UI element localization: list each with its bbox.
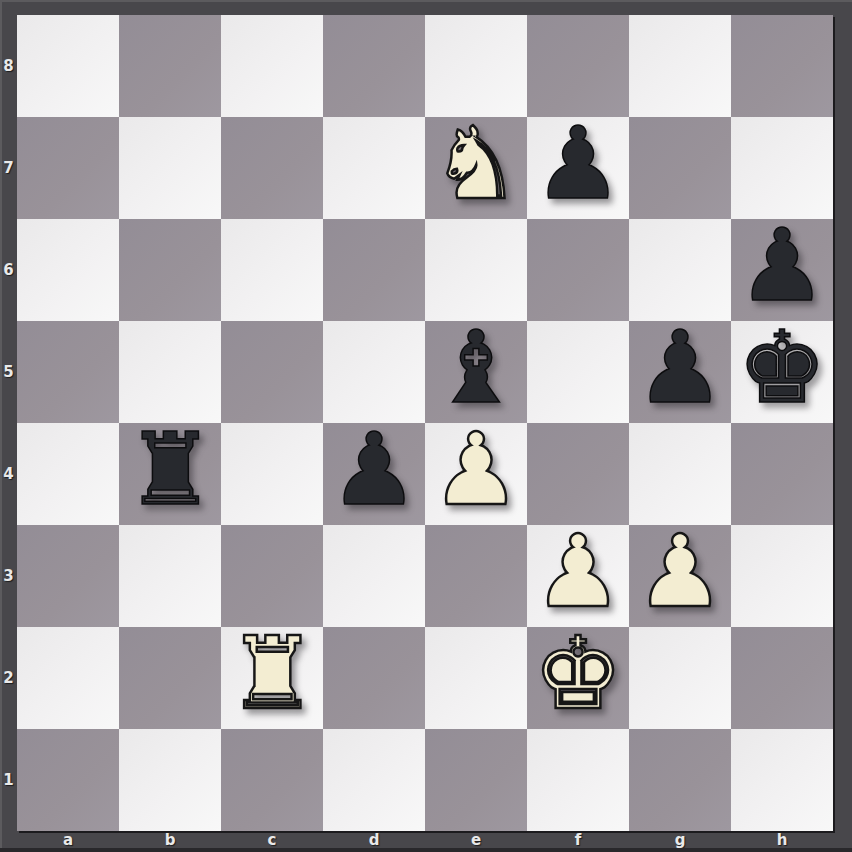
square-a6[interactable]	[17, 219, 119, 321]
square-a3[interactable]	[17, 525, 119, 627]
square-a5[interactable]	[17, 321, 119, 423]
square-e4[interactable]: ♟	[425, 423, 527, 525]
square-f6[interactable]	[527, 219, 629, 321]
square-d6[interactable]	[323, 219, 425, 321]
square-c6[interactable]	[221, 219, 323, 321]
square-h4[interactable]	[731, 423, 833, 525]
square-h5[interactable]: ♚	[731, 321, 833, 423]
white-pawn-f3[interactable]: ♟	[533, 522, 623, 622]
chess-board: ♞♟♟♝♟♚♜♟♟♟♟♜♚	[17, 15, 833, 831]
file-label-a: a	[17, 831, 119, 848]
square-d3[interactable]	[323, 525, 425, 627]
rank-label-6: 6	[0, 219, 17, 321]
rank-labels: 87654321	[0, 15, 17, 831]
board-frame: 87654321 ♞♟♟♝♟♚♜♟♟♟♟♜♚ abcdefgh	[0, 0, 852, 852]
black-pawn-h6[interactable]: ♟	[737, 216, 827, 316]
white-pawn-g3[interactable]: ♟	[635, 522, 725, 622]
rank-label-8: 8	[0, 15, 17, 117]
square-d5[interactable]	[323, 321, 425, 423]
square-a7[interactable]	[17, 117, 119, 219]
square-b7[interactable]	[119, 117, 221, 219]
square-f2[interactable]: ♚	[527, 627, 629, 729]
square-c2[interactable]: ♜	[221, 627, 323, 729]
square-c8[interactable]	[221, 15, 323, 117]
square-d1[interactable]	[323, 729, 425, 831]
square-h3[interactable]	[731, 525, 833, 627]
white-rook-c2[interactable]: ♜	[227, 624, 317, 724]
rank-label-4: 4	[0, 423, 17, 525]
square-e7[interactable]: ♞	[425, 117, 527, 219]
square-h7[interactable]	[731, 117, 833, 219]
square-c4[interactable]	[221, 423, 323, 525]
rank-label-3: 3	[0, 525, 17, 627]
square-g8[interactable]	[629, 15, 731, 117]
square-g3[interactable]: ♟	[629, 525, 731, 627]
black-pawn-d4[interactable]: ♟	[329, 420, 419, 520]
square-b1[interactable]	[119, 729, 221, 831]
square-a8[interactable]	[17, 15, 119, 117]
file-label-h: h	[731, 831, 833, 848]
square-a2[interactable]	[17, 627, 119, 729]
square-e3[interactable]	[425, 525, 527, 627]
black-king-h5[interactable]: ♚	[737, 318, 827, 418]
rank-label-7: 7	[0, 117, 17, 219]
rank-label-2: 2	[0, 627, 17, 729]
square-e6[interactable]	[425, 219, 527, 321]
square-b2[interactable]	[119, 627, 221, 729]
square-a1[interactable]	[17, 729, 119, 831]
square-d8[interactable]	[323, 15, 425, 117]
black-pawn-g5[interactable]: ♟	[635, 318, 725, 418]
square-b3[interactable]	[119, 525, 221, 627]
square-h2[interactable]	[731, 627, 833, 729]
square-b5[interactable]	[119, 321, 221, 423]
file-label-e: e	[425, 831, 527, 848]
square-f7[interactable]: ♟	[527, 117, 629, 219]
black-rook-b4[interactable]: ♜	[125, 420, 215, 520]
square-h1[interactable]	[731, 729, 833, 831]
square-d4[interactable]: ♟	[323, 423, 425, 525]
square-e2[interactable]	[425, 627, 527, 729]
black-bishop-e5[interactable]: ♝	[431, 318, 521, 418]
file-label-g: g	[629, 831, 731, 848]
square-g1[interactable]	[629, 729, 731, 831]
file-label-c: c	[221, 831, 323, 848]
white-king-f2[interactable]: ♚	[533, 624, 623, 724]
square-f8[interactable]	[527, 15, 629, 117]
frame-bottom-edge	[0, 848, 852, 852]
square-h6[interactable]: ♟	[731, 219, 833, 321]
square-b8[interactable]	[119, 15, 221, 117]
square-c7[interactable]	[221, 117, 323, 219]
square-a4[interactable]	[17, 423, 119, 525]
black-pawn-f7[interactable]: ♟	[533, 114, 623, 214]
rank-label-5: 5	[0, 321, 17, 423]
rank-label-1: 1	[0, 729, 17, 831]
square-f4[interactable]	[527, 423, 629, 525]
square-g2[interactable]	[629, 627, 731, 729]
square-h8[interactable]	[731, 15, 833, 117]
square-c1[interactable]	[221, 729, 323, 831]
file-label-d: d	[323, 831, 425, 848]
square-d7[interactable]	[323, 117, 425, 219]
square-e8[interactable]	[425, 15, 527, 117]
square-c5[interactable]	[221, 321, 323, 423]
white-pawn-e4[interactable]: ♟	[431, 420, 521, 520]
square-f3[interactable]: ♟	[527, 525, 629, 627]
square-g7[interactable]	[629, 117, 731, 219]
square-c3[interactable]	[221, 525, 323, 627]
square-f1[interactable]	[527, 729, 629, 831]
file-label-b: b	[119, 831, 221, 848]
file-label-f: f	[527, 831, 629, 848]
square-b4[interactable]: ♜	[119, 423, 221, 525]
square-d2[interactable]	[323, 627, 425, 729]
square-f5[interactable]	[527, 321, 629, 423]
square-g6[interactable]	[629, 219, 731, 321]
square-g5[interactable]: ♟	[629, 321, 731, 423]
square-e5[interactable]: ♝	[425, 321, 527, 423]
white-knight-e7[interactable]: ♞	[431, 114, 521, 214]
file-labels: abcdefgh	[17, 831, 833, 848]
square-g4[interactable]	[629, 423, 731, 525]
square-b6[interactable]	[119, 219, 221, 321]
square-e1[interactable]	[425, 729, 527, 831]
